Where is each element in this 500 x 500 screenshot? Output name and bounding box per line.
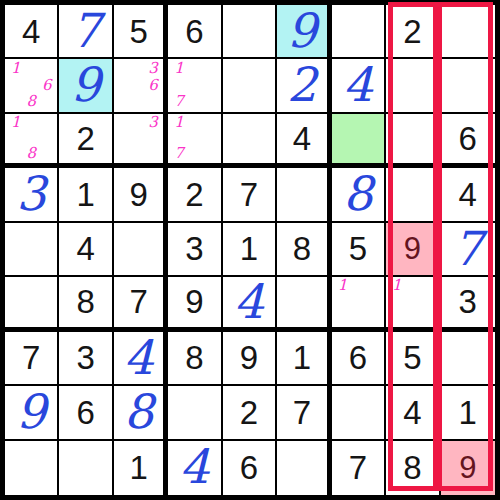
given-digit: 9: [129, 178, 147, 211]
cell-r8c9[interactable]: 1: [441, 386, 495, 440]
given-digit: 1: [76, 178, 94, 211]
candidate-mark: 1: [8, 60, 23, 76]
given-digit: 9: [185, 285, 203, 318]
given-digit: 1: [293, 341, 311, 374]
cell-r5c5[interactable]: 1: [223, 223, 277, 277]
candidate-grid: 17: [171, 60, 217, 109]
candidate-mark: 8: [23, 146, 38, 161]
given-digit: 6: [240, 451, 258, 484]
candidate-grid: 1: [389, 278, 435, 324]
cell-r9c3[interactable]: 1: [114, 441, 168, 495]
given-digit: 7: [129, 285, 147, 318]
cell-r3c5[interactable]: [223, 114, 277, 168]
cell-r3c8[interactable]: [386, 114, 440, 168]
sudoku-board: 4756921689361724182317463192784431859787…: [0, 0, 500, 500]
given-digit: 6: [459, 122, 477, 155]
cell-r7c6[interactable]: 1: [277, 332, 331, 386]
cell-r8c6[interactable]: 7: [277, 386, 331, 440]
candidate-mark: 7: [171, 93, 186, 109]
solved-digit: 4: [124, 336, 154, 381]
cell-r8c7[interactable]: [332, 386, 386, 440]
cell-r2c5[interactable]: [223, 59, 277, 113]
given-digit: 8: [76, 285, 94, 318]
cell-r2c8[interactable]: [386, 59, 440, 113]
cell-r5c9[interactable]: 7: [441, 223, 495, 277]
cell-r2c6[interactable]: 2: [277, 59, 331, 113]
candidate-grid: 168: [8, 60, 54, 109]
cell-r6c1[interactable]: [5, 277, 59, 331]
given-digit: 7: [349, 451, 367, 484]
cell-r8c3[interactable]: 8: [114, 386, 168, 440]
given-digit: 4: [293, 122, 311, 155]
candidate-mark: 1: [389, 278, 404, 293]
solved-digit: 4: [343, 63, 373, 108]
given-digit: 2: [185, 178, 203, 211]
given-digit: 1: [240, 232, 258, 265]
cell-r6c5[interactable]: 4: [223, 277, 277, 331]
solved-digit: 9: [16, 390, 46, 435]
solved-digit: 8: [124, 390, 154, 435]
cell-r7c2[interactable]: 3: [59, 332, 113, 386]
cell-r1c7[interactable]: [332, 5, 386, 59]
cell-r4c7[interactable]: 8: [332, 168, 386, 222]
cell-r8c1[interactable]: 9: [5, 386, 59, 440]
given-digit: 3: [76, 341, 94, 374]
candidate-grid: 3: [117, 115, 160, 161]
cell-r1c1[interactable]: 4: [5, 5, 59, 59]
given-digit: 3: [185, 232, 203, 265]
cell-r4c2[interactable]: 1: [59, 168, 113, 222]
cell-r4c5[interactable]: 7: [223, 168, 277, 222]
given-digit: 8: [293, 232, 311, 265]
cell-r6c2[interactable]: 8: [59, 277, 113, 331]
given-digit: 2: [403, 15, 421, 48]
given-digit: 5: [349, 232, 367, 265]
cell-r8c2[interactable]: 6: [59, 386, 113, 440]
cell-r9c9[interactable]: 9: [441, 441, 495, 495]
given-digit: 3: [459, 285, 477, 318]
cell-r7c8[interactable]: 5: [386, 332, 440, 386]
solved-digit: 8: [343, 172, 373, 217]
candidate-grid: 18: [8, 115, 54, 161]
cell-r5c2[interactable]: 4: [59, 223, 113, 277]
solved-digit: 4: [180, 445, 210, 490]
candidate-mark: 6: [146, 77, 160, 93]
solved-digit: 9: [71, 63, 101, 108]
candidate-mark: 3: [146, 115, 160, 130]
cell-r1c2[interactable]: 7: [59, 5, 113, 59]
cell-r7c4[interactable]: 8: [168, 332, 222, 386]
cell-r9c4[interactable]: 4: [168, 441, 222, 495]
cell-r4c9[interactable]: 4: [441, 168, 495, 222]
given-digit: 6: [76, 396, 94, 429]
given-digit: 8: [185, 341, 203, 374]
given-digit: 4: [76, 232, 94, 265]
given-digit: 1: [459, 396, 477, 429]
candidate-mark: 8: [23, 93, 38, 109]
cell-r9c2[interactable]: [59, 441, 113, 495]
given-digit: 5: [403, 341, 421, 374]
given-digit: 6: [185, 15, 203, 48]
cell-r1c9[interactable]: [441, 5, 495, 59]
cell-r2c4[interactable]: 17: [168, 59, 222, 113]
cell-r5c4[interactable]: 3: [168, 223, 222, 277]
given-digit: 4: [459, 178, 477, 211]
cell-r7c7[interactable]: 6: [332, 332, 386, 386]
cell-r3c2[interactable]: 2: [59, 114, 113, 168]
cell-r4c1[interactable]: 3: [5, 168, 59, 222]
cell-r8c5[interactable]: 2: [223, 386, 277, 440]
given-digit: 4: [403, 396, 421, 429]
cell-r9c1[interactable]: [5, 441, 59, 495]
error-digit: 9: [459, 452, 476, 483]
candidate-mark: 7: [171, 146, 186, 161]
cell-r5c7[interactable]: 5: [332, 223, 386, 277]
cell-r1c5[interactable]: [223, 5, 277, 59]
cell-r8c4[interactable]: [168, 386, 222, 440]
cell-r9c5[interactable]: 6: [223, 441, 277, 495]
candidate-grid: 1: [335, 278, 381, 324]
given-digit: 5: [129, 15, 147, 48]
given-digit: 7: [22, 341, 40, 374]
solved-digit: 7: [453, 227, 483, 272]
cell-r1c3[interactable]: 5: [114, 5, 168, 59]
solved-digit: 7: [71, 9, 101, 54]
cell-r6c6[interactable]: [277, 277, 331, 331]
candidate-mark: 1: [171, 115, 186, 130]
cell-r7c3[interactable]: 4: [114, 332, 168, 386]
cell-r3c9[interactable]: 6: [441, 114, 495, 168]
cell-r4c3[interactable]: 9: [114, 168, 168, 222]
cell-r7c9[interactable]: [441, 332, 495, 386]
cell-r5c6[interactable]: 8: [277, 223, 331, 277]
cell-r1c4[interactable]: 6: [168, 5, 222, 59]
cell-r5c3[interactable]: [114, 223, 168, 277]
cell-r9c8[interactable]: 8: [386, 441, 440, 495]
cell-r4c4[interactable]: 2: [168, 168, 222, 222]
cell-r7c1[interactable]: 7: [5, 332, 59, 386]
cell-r1c8[interactable]: 2: [386, 5, 440, 59]
given-digit: 6: [349, 341, 367, 374]
cell-r5c8[interactable]: 9: [386, 223, 440, 277]
cell-r3c6[interactable]: 4: [277, 114, 331, 168]
cell-r2c2[interactable]: 9: [59, 59, 113, 113]
error-digit: 9: [404, 233, 421, 264]
cell-r4c8[interactable]: [386, 168, 440, 222]
cell-r8c8[interactable]: 4: [386, 386, 440, 440]
cell-r9c7[interactable]: 7: [332, 441, 386, 495]
cell-r3c1[interactable]: 18: [5, 114, 59, 168]
given-digit: 7: [293, 396, 311, 429]
cell-r3c4[interactable]: 17: [168, 114, 222, 168]
candidate-mark: 1: [335, 278, 350, 293]
cell-r2c9[interactable]: [441, 59, 495, 113]
cell-r3c7[interactable]: [332, 114, 386, 168]
solved-digit: 9: [287, 9, 317, 54]
candidate-mark: 1: [171, 60, 186, 76]
cell-r2c3[interactable]: 36: [114, 59, 168, 113]
solved-digit: 2: [287, 63, 317, 108]
given-digit: 9: [240, 341, 258, 374]
candidate-grid: 36: [117, 60, 160, 109]
candidate-mark: 3: [146, 60, 160, 76]
given-digit: 2: [76, 122, 94, 155]
cell-r6c4[interactable]: 9: [168, 277, 222, 331]
given-digit: 7: [240, 178, 258, 211]
cell-r9c6[interactable]: [277, 441, 331, 495]
candidate-grid: 17: [171, 115, 217, 161]
given-digit: 8: [403, 451, 421, 484]
candidate-mark: 6: [39, 77, 54, 93]
cell-r3c3[interactable]: 3: [114, 114, 168, 168]
cell-r6c9[interactable]: 3: [441, 277, 495, 331]
candidate-mark: 1: [8, 115, 23, 130]
cell-r1c6[interactable]: 9: [277, 5, 331, 59]
solved-digit: 3: [16, 172, 46, 217]
given-digit: 4: [22, 15, 40, 48]
cell-r5c1[interactable]: [5, 223, 59, 277]
cell-r2c7[interactable]: 4: [332, 59, 386, 113]
given-digit: 2: [240, 396, 258, 429]
cell-r6c8[interactable]: 1: [386, 277, 440, 331]
cell-r6c7[interactable]: 1: [332, 277, 386, 331]
solved-digit: 4: [234, 280, 264, 325]
cell-r6c3[interactable]: 7: [114, 277, 168, 331]
cell-r4c6[interactable]: [277, 168, 331, 222]
cell-r2c1[interactable]: 168: [5, 59, 59, 113]
given-digit: 1: [129, 451, 147, 484]
cell-r7c5[interactable]: 9: [223, 332, 277, 386]
